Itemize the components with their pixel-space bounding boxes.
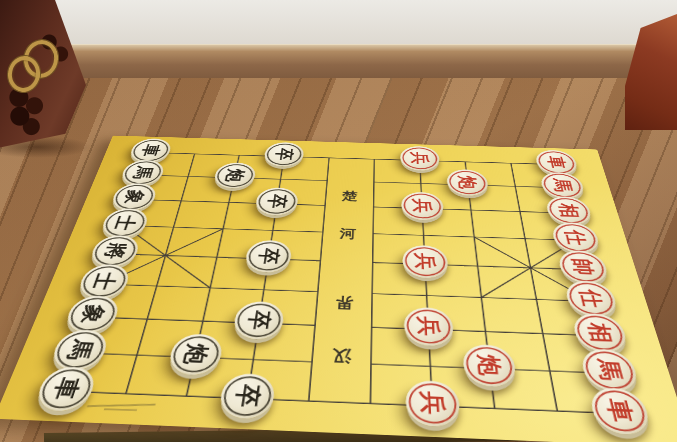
- piece-character: 卒: [245, 239, 293, 274]
- piece-character: 車: [588, 386, 653, 436]
- piece-red-cannon[interactable]: 炮: [446, 169, 490, 196]
- piece-character: 兵: [402, 191, 444, 221]
- wall: [0, 0, 677, 47]
- piece-red-soldier[interactable]: 兵: [405, 380, 461, 427]
- piece-red-soldier[interactable]: 兵: [401, 192, 444, 221]
- river-text-jie: 界: [335, 294, 354, 309]
- piece-character: 兵: [406, 379, 460, 428]
- river-text-chu: 楚: [342, 190, 358, 201]
- piece-black-soldier[interactable]: 卒: [218, 373, 277, 420]
- board-grid: 楚 河 界 汉 車馬象士將士象馬車炮炮卒卒卒卒卒兵兵兵兵兵炮炮車馬相仕帥仕相馬車: [65, 152, 620, 414]
- piece-red-soldier[interactable]: 兵: [403, 307, 454, 347]
- piece-black-cannon[interactable]: 炮: [212, 162, 257, 189]
- xiangqi-board: 楚 河 界 汉 車馬象士將士象馬車炮炮卒卒卒卒卒兵兵兵兵兵炮炮車馬相仕帥仕相馬車: [0, 136, 677, 442]
- board-perspective-wrapper: 楚 河 界 汉 車馬象士將士象馬車炮炮卒卒卒卒卒兵兵兵兵兵炮炮車馬相仕帥仕相馬車: [0, 136, 677, 442]
- piece-red-cannon[interactable]: 炮: [462, 344, 518, 388]
- piece-red-soldier[interactable]: 兵: [400, 145, 440, 170]
- piece-black-soldier[interactable]: 卒: [263, 142, 305, 167]
- piece-black-soldier[interactable]: 卒: [254, 187, 300, 216]
- piece-character: 卒: [255, 187, 299, 217]
- table-edge: [0, 44, 677, 81]
- piece-character: 炮: [447, 169, 489, 197]
- piece-character: 炮: [166, 332, 223, 376]
- piece-character: 炮: [212, 162, 256, 190]
- river-text-han: 汉: [332, 347, 352, 364]
- piece-red-chariot[interactable]: 車: [587, 387, 653, 435]
- piece-character: 炮: [463, 343, 518, 388]
- piece-black-soldier[interactable]: 卒: [244, 240, 293, 273]
- piece-character: 兵: [403, 244, 448, 279]
- piece-character: 兵: [400, 145, 439, 171]
- piece-character: 卒: [218, 372, 276, 420]
- photo-stage: 楚 河 界 汉 車馬象士將士象馬車炮炮卒卒卒卒卒兵兵兵兵兵炮炮車馬相仕帥仕相馬車: [0, 0, 677, 442]
- piece-character: 兵: [404, 306, 453, 347]
- piece-character: 卒: [233, 300, 285, 341]
- river-text-he: 河: [339, 227, 356, 239]
- piece-black-soldier[interactable]: 卒: [232, 301, 286, 340]
- carved-ornament-icon: [6, 86, 52, 138]
- piece-character: 卒: [264, 141, 305, 167]
- piece-black-cannon[interactable]: 炮: [166, 333, 225, 376]
- piece-red-soldier[interactable]: 兵: [402, 245, 449, 279]
- board-signature-scribble: [85, 404, 156, 416]
